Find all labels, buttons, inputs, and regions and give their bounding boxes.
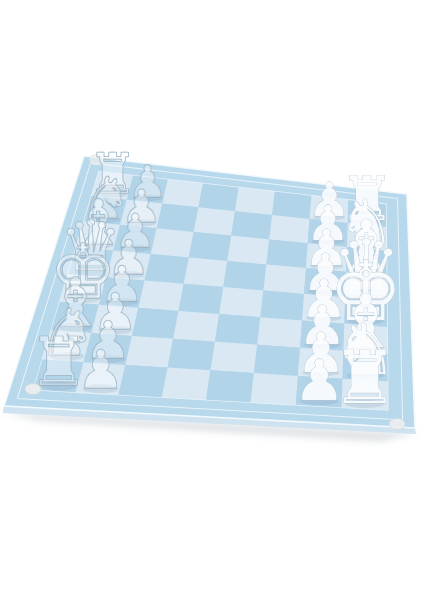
square (227, 236, 269, 265)
square (162, 180, 203, 208)
square (151, 228, 194, 257)
square (223, 261, 266, 290)
square (138, 281, 183, 311)
square (162, 368, 211, 400)
square (198, 183, 238, 211)
square (179, 284, 224, 314)
square (184, 257, 228, 287)
square (194, 207, 235, 235)
square (231, 211, 272, 239)
piece-clear-pawn: ♟ (77, 339, 125, 400)
glass-chess-set-svg: ♜♟♟♜♞♟♟♞♝♟♟♝♛♟♟♛♚♟♟♚♝♟♟♝♞♟♟♞♜♟♟♜ (0, 0, 424, 600)
square (219, 287, 263, 317)
square (206, 370, 254, 402)
square (215, 314, 260, 345)
product-photo: ♜♟♟♜♞♟♟♞♝♟♟♝♛♟♟♛♚♟♟♚♝♟♟♝♞♟♟♞♜♟♟♜ (0, 0, 424, 600)
square (173, 311, 219, 342)
square (157, 204, 199, 233)
square (251, 373, 298, 405)
square (145, 254, 189, 284)
square (211, 342, 258, 373)
square (189, 232, 231, 261)
foot-bottom-right (389, 419, 405, 430)
square (235, 188, 275, 216)
piece-frosted-rook: ♜ (332, 335, 398, 420)
square (168, 339, 215, 371)
